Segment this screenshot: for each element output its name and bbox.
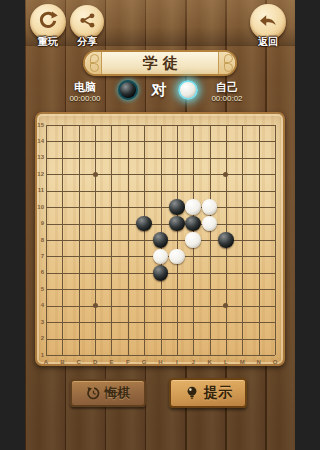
stone-white-K9 bbox=[202, 216, 218, 232]
row-label: 3 bbox=[35, 319, 44, 326]
row-label: 2 bbox=[35, 335, 44, 342]
vs-label: 对 bbox=[145, 81, 173, 100]
computer-label: 电脑 bbox=[65, 80, 105, 95]
stone-black-J9 bbox=[185, 216, 201, 232]
column-label: A bbox=[41, 359, 51, 366]
column-label: O bbox=[270, 359, 280, 366]
lightbulb-icon bbox=[184, 385, 200, 401]
row-label: 13 bbox=[35, 154, 44, 161]
stone-black-G9 bbox=[136, 216, 152, 232]
row-label: 9 bbox=[35, 220, 44, 227]
self-label: 自己 bbox=[209, 80, 245, 95]
grid-line-vertical bbox=[259, 125, 260, 355]
column-label: I bbox=[172, 359, 182, 366]
star-point-D4 bbox=[93, 303, 98, 308]
hint-button-label: 提示 bbox=[204, 384, 232, 402]
replay-icon bbox=[38, 10, 58, 34]
row-label: 1 bbox=[35, 352, 44, 359]
stone-black-H6 bbox=[153, 265, 169, 281]
star-point-L4 bbox=[223, 303, 228, 308]
grid-line-horizontal bbox=[46, 306, 275, 307]
self-timer: 00:00:02 bbox=[197, 94, 257, 103]
column-label: D bbox=[90, 359, 100, 366]
share-button[interactable] bbox=[70, 5, 104, 39]
grid-line-horizontal bbox=[46, 355, 275, 356]
grid-line-horizontal bbox=[46, 289, 275, 290]
stone-black-I10 bbox=[169, 199, 185, 215]
black-player-stone-indicator bbox=[118, 80, 138, 100]
computer-timer: 00:00:00 bbox=[53, 94, 117, 103]
stone-white-I7 bbox=[169, 249, 185, 265]
row-label: 14 bbox=[35, 138, 44, 145]
hint-button[interactable]: 提示 bbox=[169, 378, 247, 408]
stone-black-L8 bbox=[218, 232, 234, 248]
board-grid[interactable]: 15A14B13C12D11E10F9G8H7I6J5K4L3M2N1O bbox=[46, 125, 275, 355]
row-label: 12 bbox=[35, 171, 44, 178]
grid-line-horizontal bbox=[46, 322, 275, 323]
stone-white-K10 bbox=[202, 199, 218, 215]
column-label: H bbox=[156, 359, 166, 366]
undo-button[interactable]: 悔棋 bbox=[70, 379, 146, 407]
row-label: 8 bbox=[35, 237, 44, 244]
share-icon bbox=[79, 12, 96, 33]
replay-button-label: 重玩 bbox=[29, 35, 67, 49]
row-label: 5 bbox=[35, 286, 44, 293]
column-label: J bbox=[188, 359, 198, 366]
white-player-stone-indicator bbox=[178, 80, 198, 100]
level-banner-text: 学徒 bbox=[85, 52, 235, 74]
row-label: 6 bbox=[35, 269, 44, 276]
column-label: F bbox=[123, 359, 133, 366]
back-icon bbox=[258, 10, 278, 34]
stone-black-I9 bbox=[169, 216, 185, 232]
level-banner: 学徒 bbox=[83, 50, 237, 76]
column-label: G bbox=[139, 359, 149, 366]
grid-line-horizontal bbox=[46, 339, 275, 340]
grid-line-vertical bbox=[275, 125, 276, 355]
stone-white-H7 bbox=[153, 249, 169, 265]
board-panel: 15A14B13C12D11E10F9G8H7I6J5K4L3M2N1O bbox=[35, 112, 285, 366]
gomoku-app: 重玩 分享 返回 学徒 电脑 00:00:00 对 自己 0 bbox=[25, 0, 295, 450]
row-label: 7 bbox=[35, 253, 44, 260]
back-button-label: 返回 bbox=[249, 35, 287, 49]
stone-white-J8 bbox=[185, 232, 201, 248]
share-button-label: 分享 bbox=[69, 35, 105, 49]
row-label: 4 bbox=[35, 302, 44, 309]
column-label: N bbox=[254, 359, 264, 366]
star-point-D12 bbox=[93, 172, 98, 177]
stone-white-J10 bbox=[185, 199, 201, 215]
undo-icon bbox=[86, 386, 101, 401]
grid-line-vertical bbox=[242, 125, 243, 355]
column-label: E bbox=[106, 359, 116, 366]
row-label: 11 bbox=[35, 187, 44, 194]
star-point-L12 bbox=[223, 172, 228, 177]
column-label: K bbox=[205, 359, 215, 366]
undo-button-label: 悔棋 bbox=[105, 384, 131, 402]
column-label: L bbox=[221, 359, 231, 366]
column-label: B bbox=[57, 359, 67, 366]
row-label: 15 bbox=[35, 122, 44, 129]
stone-black-H8 bbox=[153, 232, 169, 248]
row-label: 10 bbox=[35, 204, 44, 211]
grid-line-vertical bbox=[210, 125, 211, 355]
column-label: C bbox=[74, 359, 84, 366]
column-label: M bbox=[237, 359, 247, 366]
grid-line-vertical bbox=[177, 125, 178, 355]
